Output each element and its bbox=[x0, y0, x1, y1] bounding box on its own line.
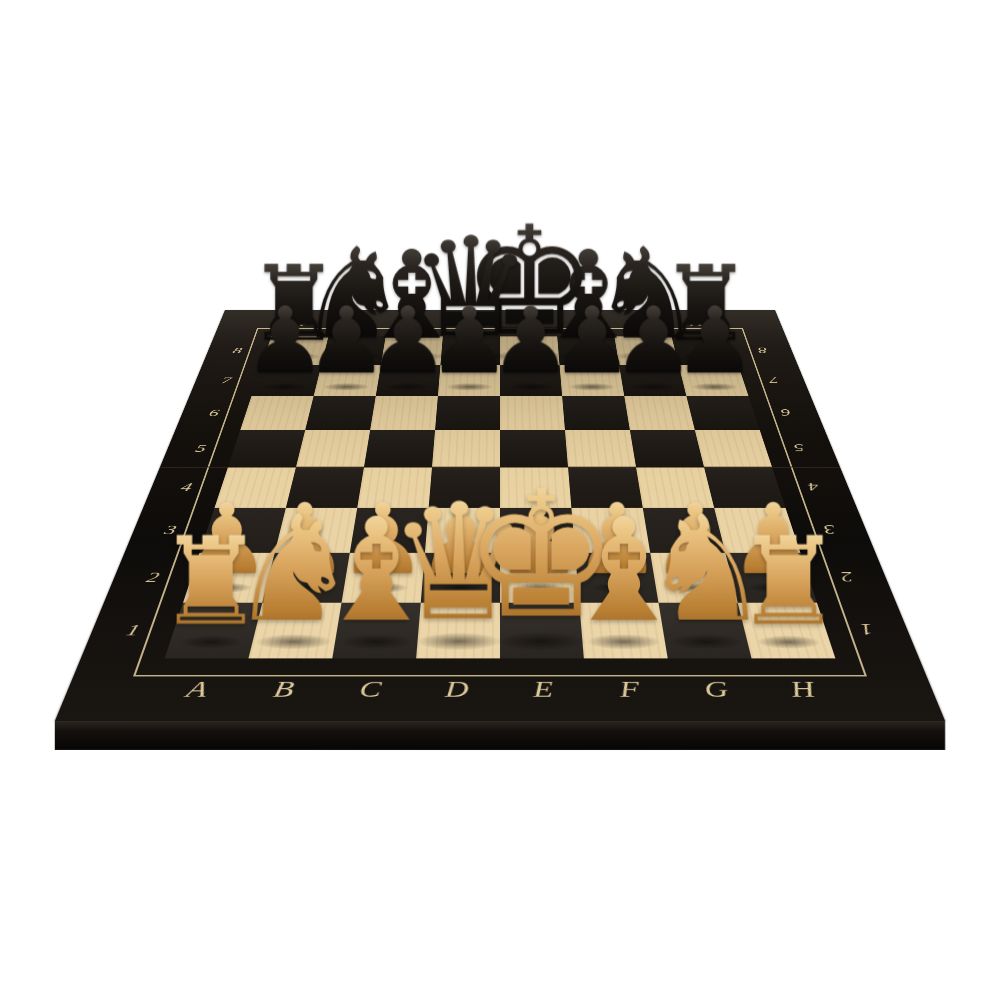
rank-label-right-8: 8 bbox=[746, 346, 778, 355]
square-a5[interactable] bbox=[228, 430, 305, 467]
rank-label-right-7: 7 bbox=[757, 376, 791, 385]
file-label-top-h: H bbox=[674, 318, 719, 328]
square-d8[interactable] bbox=[440, 336, 500, 365]
square-a6[interactable] bbox=[240, 396, 313, 430]
chess-board: AABBCCDDEEFFGGHH1122334455667788 ♜♞♝♛♚♝♞… bbox=[55, 310, 945, 721]
square-b6[interactable] bbox=[305, 396, 376, 430]
file-label-top-a: A bbox=[281, 318, 326, 328]
board-front-edge bbox=[55, 721, 945, 750]
rank-label-left-7: 7 bbox=[209, 376, 243, 385]
file-label-top-b: B bbox=[338, 318, 382, 328]
square-c6[interactable] bbox=[370, 396, 438, 430]
square-e6[interactable] bbox=[500, 396, 565, 430]
square-c7[interactable] bbox=[376, 365, 441, 396]
square-e8[interactable] bbox=[500, 336, 560, 365]
square-g8[interactable] bbox=[614, 336, 678, 365]
file-label-top-d: D bbox=[451, 318, 493, 328]
square-g6[interactable] bbox=[624, 396, 695, 430]
file-label-top-e: E bbox=[507, 318, 549, 328]
square-h6[interactable] bbox=[686, 396, 759, 430]
square-c8[interactable] bbox=[381, 336, 443, 365]
square-h7[interactable] bbox=[679, 365, 749, 396]
square-d6[interactable] bbox=[435, 396, 500, 430]
square-b8[interactable] bbox=[321, 336, 385, 365]
square-f7[interactable] bbox=[560, 365, 625, 396]
square-c5[interactable] bbox=[364, 430, 435, 467]
square-h5[interactable] bbox=[695, 430, 772, 467]
square-g7[interactable] bbox=[619, 365, 686, 396]
file-label-top-g: G bbox=[618, 318, 662, 328]
square-b5[interactable] bbox=[296, 430, 370, 467]
rank-label-left-6: 6 bbox=[196, 408, 232, 418]
rank-label-left-5: 5 bbox=[182, 443, 219, 454]
square-h8[interactable] bbox=[672, 336, 739, 365]
chess-board-wrapper: AABBCCDDEEFFGGHH1122334455667788 ♜♞♝♛♚♝♞… bbox=[160, 127, 840, 807]
product-photo-scene: AABBCCDDEEFFGGHH1122334455667788 ♜♞♝♛♚♝♞… bbox=[0, 0, 1000, 1000]
rank-label-right-6: 6 bbox=[768, 408, 804, 418]
rank-label-left-8: 8 bbox=[221, 346, 253, 355]
file-label-top-c: C bbox=[394, 318, 437, 328]
square-a7[interactable] bbox=[251, 365, 321, 396]
square-a8[interactable] bbox=[262, 336, 329, 365]
square-f8[interactable] bbox=[557, 336, 619, 365]
square-d7[interactable] bbox=[438, 365, 500, 396]
square-g5[interactable] bbox=[630, 430, 704, 467]
square-e7[interactable] bbox=[500, 365, 562, 396]
rank-label-right-5: 5 bbox=[780, 443, 817, 454]
white-rook-glyph: ♜ bbox=[734, 521, 843, 643]
file-label-top-f: F bbox=[563, 318, 606, 328]
square-b7[interactable] bbox=[314, 365, 381, 396]
square-f6[interactable] bbox=[562, 396, 630, 430]
